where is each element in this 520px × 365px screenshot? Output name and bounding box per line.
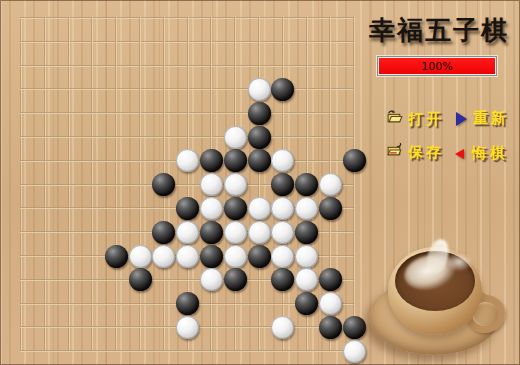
white-stone [319, 173, 342, 196]
white-stone [271, 197, 294, 220]
white-stone [319, 292, 342, 315]
black-stone [248, 149, 271, 172]
save-button-label: 保存 [408, 143, 444, 162]
white-stone [176, 316, 199, 339]
white-stone [295, 268, 318, 291]
black-stone [319, 268, 342, 291]
open-button-label: 打开 [408, 110, 444, 129]
black-stone [224, 149, 247, 172]
black-stone [271, 78, 294, 101]
white-stone [224, 221, 247, 244]
black-stone [295, 292, 318, 315]
white-stone [176, 149, 199, 172]
undo-button[interactable]: 悔棋 [455, 144, 508, 163]
app-title: 幸福五子棋 [369, 13, 515, 48]
black-stone [295, 173, 318, 196]
white-stone [152, 245, 175, 268]
coffee-cup-image [366, 243, 518, 363]
black-stone [248, 245, 271, 268]
undo-back-icon [455, 149, 464, 159]
black-stone [176, 292, 199, 315]
white-stone [176, 221, 199, 244]
black-stone [224, 268, 247, 291]
white-stone [295, 197, 318, 220]
white-stone [271, 245, 294, 268]
progress-fill: 100% [379, 58, 495, 74]
black-stone [319, 197, 342, 220]
black-stone [248, 126, 271, 149]
undo-button-label: 悔棋 [472, 144, 508, 163]
white-stone [224, 173, 247, 196]
white-stone [176, 245, 199, 268]
black-stone [271, 268, 294, 291]
black-stone [319, 316, 342, 339]
white-stone [224, 245, 247, 268]
black-stone [105, 245, 128, 268]
white-stone [248, 78, 271, 101]
progress-bar: 100% [377, 56, 497, 76]
white-stone [200, 173, 223, 196]
app-window: 幸福五子棋 100% 打开 重新 [0, 0, 520, 365]
white-stone [200, 197, 223, 220]
black-stone [200, 245, 223, 268]
white-stone [129, 245, 152, 268]
save-button[interactable]: 保存 [386, 141, 444, 163]
white-stone [271, 221, 294, 244]
grid-line-horizontal [20, 350, 355, 352]
folder-open-icon [386, 108, 404, 130]
black-stone [152, 221, 175, 244]
restart-button[interactable]: 重新 [456, 109, 509, 128]
gomoku-board[interactable] [0, 0, 365, 365]
black-stone [343, 316, 366, 339]
white-stone [248, 197, 271, 220]
black-stone [224, 197, 247, 220]
black-stone [343, 149, 366, 172]
black-stone [200, 149, 223, 172]
coffee-foam [446, 253, 472, 271]
black-stone [248, 102, 271, 125]
open-button[interactable]: 打开 [386, 108, 444, 130]
restart-play-icon [456, 112, 467, 126]
white-stone [271, 149, 294, 172]
black-stone [271, 173, 294, 196]
white-stone [224, 126, 247, 149]
white-stone [343, 340, 366, 363]
white-stone [295, 245, 318, 268]
white-stone [200, 268, 223, 291]
black-stone [295, 221, 318, 244]
restart-button-label: 重新 [473, 109, 509, 128]
grid-line-vertical [353, 17, 355, 352]
progress-label: 100% [421, 60, 452, 73]
black-stone [152, 173, 175, 196]
folder-save-icon [386, 141, 404, 163]
black-stone [176, 197, 199, 220]
black-stone [200, 221, 223, 244]
white-stone [248, 221, 271, 244]
black-stone [129, 268, 152, 291]
white-stone [271, 316, 294, 339]
